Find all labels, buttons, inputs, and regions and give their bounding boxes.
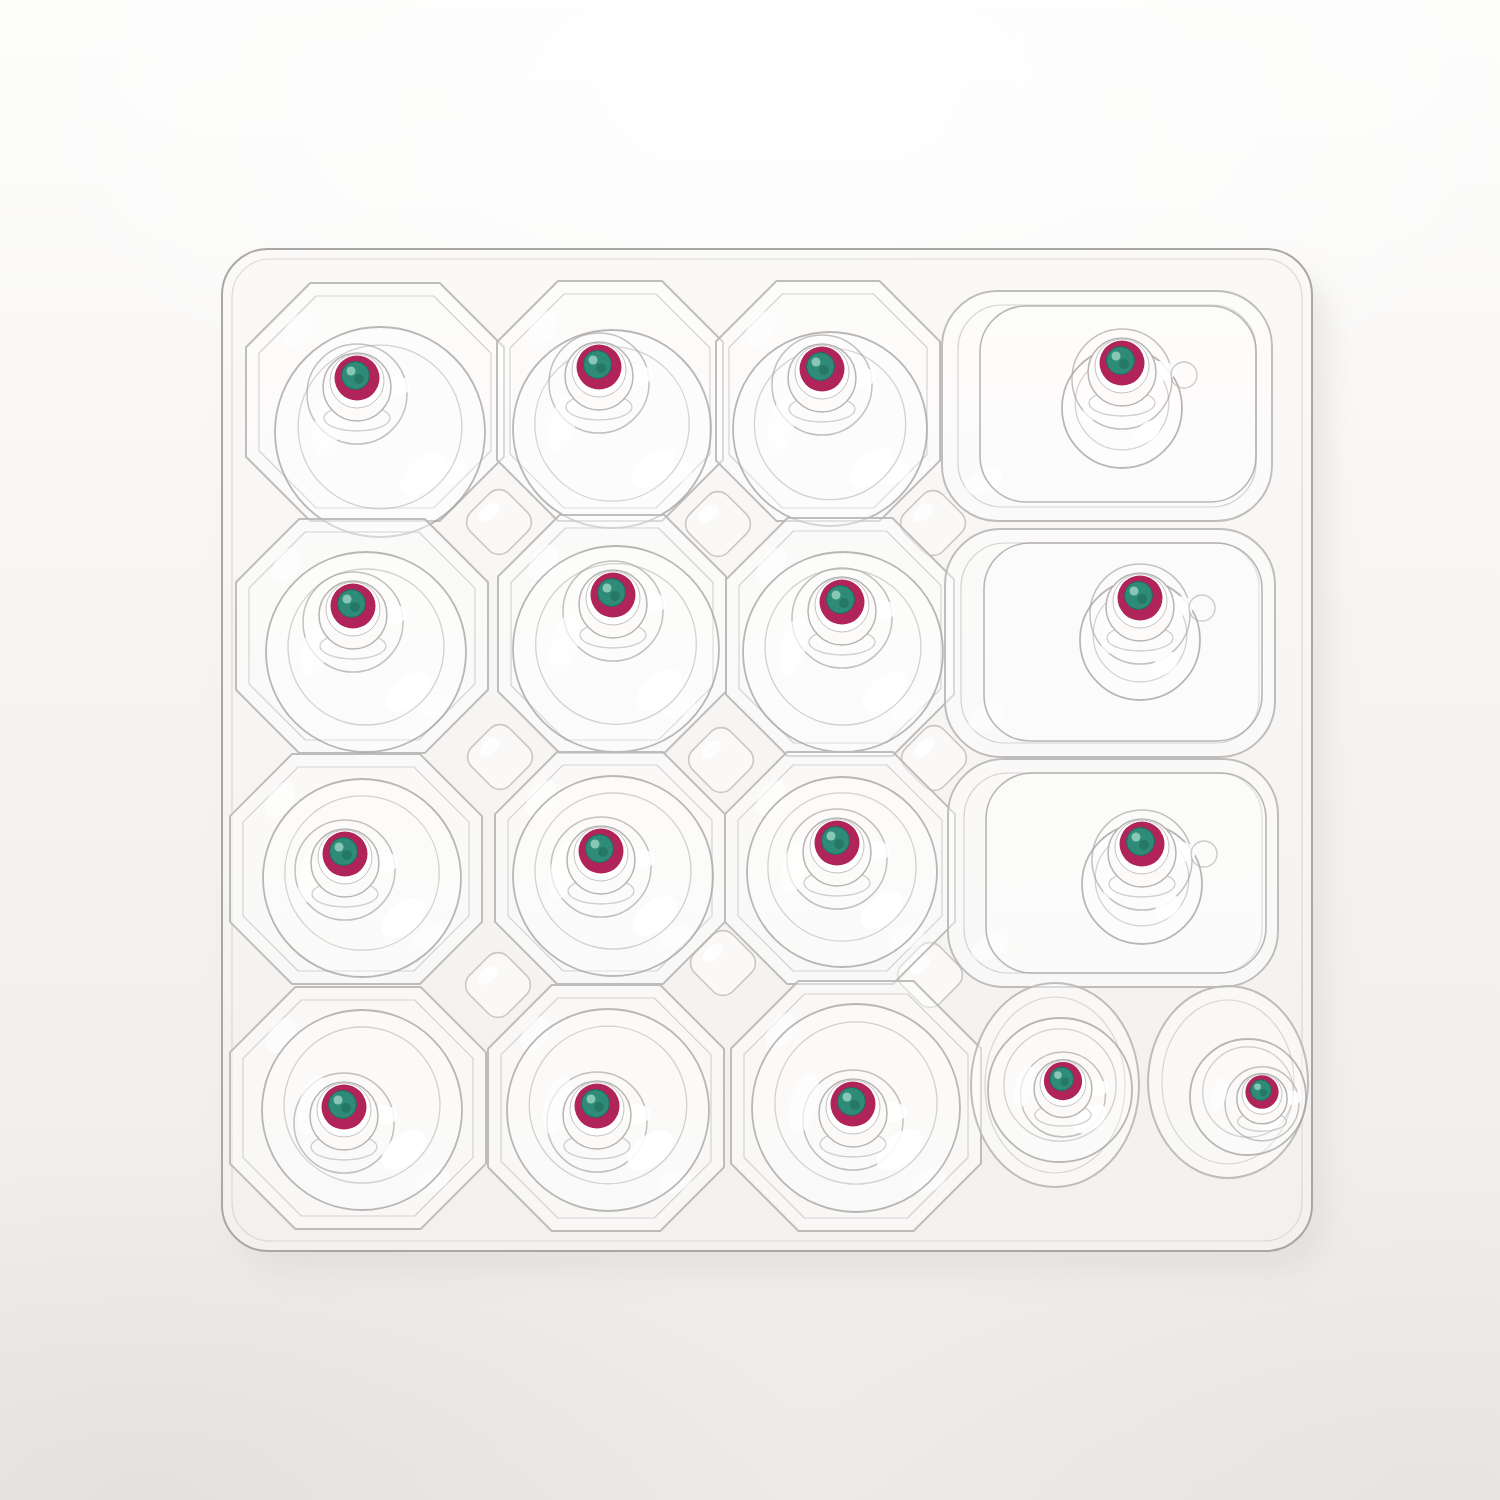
valve-knob-highlight [334, 1096, 343, 1105]
cupping-cup-r4c5 [1148, 986, 1308, 1178]
valve-knob-highlight [1254, 1083, 1261, 1090]
cupping-cup-r3c1 [230, 754, 482, 984]
valve-knob-highlight [347, 367, 356, 376]
cupping-cup-r2c1 [236, 519, 488, 753]
valve-knob-shade [839, 598, 849, 608]
valve-knob-shade [342, 850, 352, 860]
valve-knob-shade [598, 847, 608, 857]
valve-knob-shade [354, 374, 364, 384]
valve-knob-shade [350, 602, 360, 612]
valve-knob-highlight [812, 358, 821, 367]
cupping-cup-r4c3 [731, 981, 981, 1231]
cupping-cup-r2c4 [945, 529, 1275, 757]
blister-tray-scene [0, 0, 1500, 1500]
cupping-cup-r4c2 [488, 985, 724, 1231]
valve-knob-highlight [603, 584, 612, 593]
cupping-cup-r3c4 [948, 759, 1278, 987]
cup-dome-rim [275, 327, 485, 537]
valve-knob-highlight [843, 1093, 852, 1102]
valve-knob-shade [1119, 359, 1129, 369]
valve-knob-shade [834, 839, 844, 849]
valve-knob-shade [1060, 1078, 1069, 1087]
valve-knob-shade [1137, 594, 1147, 604]
valve-knob-shade [594, 1102, 604, 1112]
valve-knob-shade [341, 1103, 351, 1113]
valve-knob-highlight [343, 595, 352, 604]
valve-knob-highlight [591, 840, 600, 849]
valve-knob-shade [596, 363, 606, 373]
valve-knob-highlight [1054, 1071, 1062, 1079]
cupping-cup-r3c3 [725, 752, 955, 984]
valve-knob-highlight [335, 843, 344, 852]
valve-knob-highlight [827, 832, 836, 841]
cupping-cup-r1c4 [942, 291, 1272, 521]
cupping-cup-r2c3 [726, 518, 954, 756]
valve-knob-shade [819, 365, 829, 375]
valve-knob-highlight [1112, 352, 1121, 361]
valve-knob-shade [1139, 840, 1149, 850]
valve-knob-shade [610, 591, 620, 601]
cupping-cup-r2c2 [498, 515, 726, 753]
product-photo [0, 0, 1500, 1500]
cupping-cup-r4c1 [230, 987, 486, 1229]
cupping-cup-r4c4 [971, 983, 1139, 1187]
cup-dome-rim [266, 552, 466, 752]
valve-knob-shade [1260, 1089, 1267, 1096]
cupping-cup-r1c2 [497, 281, 723, 528]
valve-knob-highlight [1132, 833, 1141, 842]
valve-knob-highlight [832, 591, 841, 600]
valve-knob-highlight [1130, 587, 1139, 596]
valve-knob-highlight [589, 356, 598, 365]
cupping-cup-r1c3 [716, 281, 940, 526]
cupping-cup-r3c2 [495, 752, 725, 984]
valve-knob-highlight [587, 1095, 596, 1104]
valve-knob-shade [850, 1100, 860, 1110]
